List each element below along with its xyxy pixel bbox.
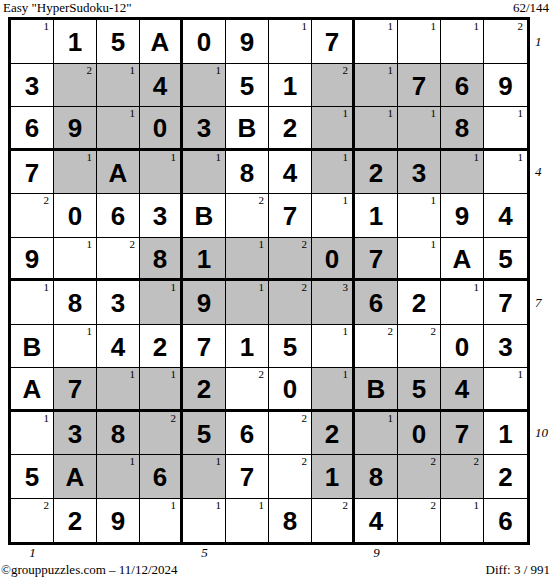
- cell-r3c3[interactable]: 1: [97, 107, 140, 151]
- cell-r5c3[interactable]: 6: [97, 194, 140, 238]
- pencil-mark: 1: [87, 326, 93, 337]
- pencil-mark: 1: [431, 108, 437, 119]
- pencil-mark: 1: [216, 152, 222, 163]
- cell-value: 2: [412, 290, 426, 316]
- cell-value: 4: [498, 203, 512, 229]
- cell-value: 6: [111, 203, 125, 229]
- cell-r9c10[interactable]: 5: [398, 368, 441, 412]
- cell-value: B: [195, 203, 214, 229]
- cell-r10c12[interactable]: 1: [484, 412, 527, 456]
- pencil-mark: 2: [302, 282, 308, 293]
- cell-r9c6[interactable]: 2: [226, 368, 269, 412]
- cell-value: 3: [25, 73, 39, 99]
- cell-r7c5[interactable]: 9: [183, 281, 226, 325]
- cell-r1c11[interactable]: 1: [441, 20, 484, 64]
- cell-r1c3[interactable]: 5: [97, 20, 140, 64]
- cell-value: 6: [369, 290, 383, 316]
- cell-r6c4[interactable]: 8: [140, 238, 183, 282]
- cell-r9c12[interactable]: 1: [484, 368, 527, 412]
- pencil-mark: 1: [171, 500, 177, 511]
- cell-r11c9[interactable]: 8: [355, 455, 398, 499]
- pencil-mark: 1: [388, 21, 394, 32]
- cell-r10c2[interactable]: 3: [54, 412, 97, 456]
- cell-r5c10[interactable]: 1: [398, 194, 441, 238]
- pencil-mark: 2: [44, 500, 50, 511]
- cell-value: 1: [283, 73, 297, 99]
- pencil-mark: 1: [130, 369, 136, 380]
- cell-r8c4[interactable]: 2: [140, 325, 183, 369]
- cell-r11c4[interactable]: 6: [140, 455, 183, 499]
- cell-r4c11[interactable]: 1: [441, 151, 484, 195]
- pencil-mark: 1: [474, 500, 480, 511]
- col-label-1: 1: [11, 546, 54, 560]
- pencil-mark: 1: [474, 21, 480, 32]
- cell-value: 3: [153, 203, 167, 229]
- cell-r9c4[interactable]: 1: [140, 368, 183, 412]
- cell-r5c1[interactable]: 2: [11, 194, 54, 238]
- cell-r1c5[interactable]: 0: [183, 20, 226, 64]
- cell-r3c7[interactable]: 2: [269, 107, 312, 151]
- cell-value: 9: [68, 115, 82, 141]
- cell-value: 1: [240, 334, 254, 360]
- cell-r10c11[interactable]: 7: [441, 412, 484, 456]
- cell-value: A: [23, 376, 42, 402]
- cell-r3c1[interactable]: 6: [11, 107, 54, 151]
- cell-r9c11[interactable]: 4: [441, 368, 484, 412]
- pencil-mark: 1: [216, 456, 222, 467]
- cell-value: 9: [498, 73, 512, 99]
- pencil-mark: 1: [518, 369, 524, 380]
- sudoku-board: 115A0917111232141512176969103B21118171A1…: [8, 17, 530, 545]
- cell-r6c9[interactable]: 7: [355, 238, 398, 282]
- cell-r10c1[interactable]: 1: [11, 412, 54, 456]
- cell-value: 8: [68, 290, 82, 316]
- cell-value: 1: [369, 203, 383, 229]
- cell-r1c7[interactable]: 1: [269, 20, 312, 64]
- pencil-mark: 1: [44, 282, 50, 293]
- cell-r7c4[interactable]: 1: [140, 281, 183, 325]
- cell-value: 4: [369, 508, 383, 534]
- cell-r11c10[interactable]: 2: [398, 455, 441, 499]
- hypersudoku-page: { "game": "hypersudoku-12", "position": …: [0, 0, 552, 578]
- cell-r6c3[interactable]: 2: [97, 238, 140, 282]
- cell-value: 5: [240, 73, 254, 99]
- cell-value: 7: [283, 203, 297, 229]
- cell-value: 0: [325, 246, 339, 272]
- cell-value: 9: [240, 29, 254, 55]
- cell-r10c10[interactable]: 0: [398, 412, 441, 456]
- footer: ©grouppuzzles.com – 11/12/2024 Diff: 3 /…: [1, 562, 550, 577]
- row-label-1: 1: [535, 20, 552, 64]
- col-label-9: 9: [355, 546, 398, 560]
- pencil-mark: 2: [130, 239, 136, 250]
- cell-value: 7: [68, 376, 82, 402]
- cell-r1c12[interactable]: 2: [484, 20, 527, 64]
- cell-r7c9[interactable]: 6: [355, 281, 398, 325]
- cell-r10c5[interactable]: 5: [183, 412, 226, 456]
- pencil-mark: 1: [171, 152, 177, 163]
- cell-r6c8[interactable]: 0: [312, 238, 355, 282]
- pencil-mark: 2: [302, 456, 308, 467]
- cell-value: 0: [412, 421, 426, 447]
- pencil-mark: 2: [87, 65, 93, 76]
- cell-r2c2[interactable]: 2: [54, 64, 97, 108]
- cell-r6c12[interactable]: 5: [484, 238, 527, 282]
- cell-value: 9: [197, 290, 211, 316]
- cell-r5c4[interactable]: 3: [140, 194, 183, 238]
- cell-value: 2: [369, 160, 383, 186]
- pencil-mark: 1: [302, 21, 308, 32]
- pencil-mark: 2: [343, 500, 349, 511]
- cell-value: 4: [111, 334, 125, 360]
- cell-value: 5: [283, 334, 297, 360]
- cell-r9c5[interactable]: 2: [183, 368, 226, 412]
- pencil-mark: 1: [343, 369, 349, 380]
- row-label-4: 4: [535, 151, 552, 195]
- cell-r4c9[interactable]: 2: [355, 151, 398, 195]
- cell-r4c5[interactable]: 1: [183, 151, 226, 195]
- cell-r3c12[interactable]: 1: [484, 107, 527, 151]
- cell-r2c11[interactable]: 6: [441, 64, 484, 108]
- cell-r1c8[interactable]: 7: [312, 20, 355, 64]
- cell-value: 5: [498, 246, 512, 272]
- cell-value: 8: [111, 421, 125, 447]
- cell-value: 7: [325, 29, 339, 55]
- pencil-mark: 1: [431, 239, 437, 250]
- cell-value: 3: [498, 334, 512, 360]
- pencil-mark: 1: [87, 152, 93, 163]
- pencil-mark: 1: [171, 282, 177, 293]
- cell-r5c7[interactable]: 7: [269, 194, 312, 238]
- cell-r3c5[interactable]: 3: [183, 107, 226, 151]
- pencil-mark: 1: [518, 108, 524, 119]
- cell-r11c2[interactable]: A: [54, 455, 97, 499]
- cell-r3c6[interactable]: B: [226, 107, 269, 151]
- pencil-mark: 2: [431, 500, 437, 511]
- cell-r4c3[interactable]: A: [97, 151, 140, 195]
- pencil-mark: 1: [343, 326, 349, 337]
- pencil-mark: 1: [474, 282, 480, 293]
- cell-value: B: [367, 376, 386, 402]
- cell-r5c11[interactable]: 9: [441, 194, 484, 238]
- pencil-mark: 2: [259, 369, 265, 380]
- cell-r7c6[interactable]: 1: [226, 281, 269, 325]
- cell-r11c8[interactable]: 1: [312, 455, 355, 499]
- cell-r3c9[interactable]: 1: [355, 107, 398, 151]
- cell-r6c11[interactable]: A: [441, 238, 484, 282]
- cell-r10c4[interactable]: 2: [140, 412, 183, 456]
- cell-value: 6: [455, 73, 469, 99]
- cell-r5c2[interactable]: 0: [54, 194, 97, 238]
- cell-r8c3[interactable]: 4: [97, 325, 140, 369]
- pencil-mark: 1: [431, 21, 437, 32]
- cell-value: B: [23, 334, 42, 360]
- cell-value: 8: [240, 160, 254, 186]
- cell-value: A: [66, 464, 85, 490]
- cell-value: 7: [498, 290, 512, 316]
- pencil-mark: 2: [302, 413, 308, 424]
- cell-r9c1[interactable]: A: [11, 368, 54, 412]
- cell-value: 4: [455, 376, 469, 402]
- cell-r3c8[interactable]: 1: [312, 107, 355, 151]
- cell-value: 6: [240, 421, 254, 447]
- cell-r3c11[interactable]: 8: [441, 107, 484, 151]
- cell-value: 1: [498, 421, 512, 447]
- cell-value: 5: [25, 464, 39, 490]
- cell-value: 3: [111, 290, 125, 316]
- cell-value: 0: [68, 203, 82, 229]
- cell-r12c11[interactable]: 1: [441, 499, 484, 543]
- col-label-5: 5: [183, 546, 226, 560]
- cell-r5c12[interactable]: 4: [484, 194, 527, 238]
- cell-r12c5[interactable]: 1: [183, 499, 226, 543]
- cell-r2c1[interactable]: 3: [11, 64, 54, 108]
- pencil-mark: 1: [388, 65, 394, 76]
- pencil-mark: 2: [44, 195, 50, 206]
- cell-r12c3[interactable]: 9: [97, 499, 140, 543]
- cell-value: 5: [111, 29, 125, 55]
- cell-r2c4[interactable]: 4: [140, 64, 183, 108]
- cell-r8c10[interactable]: 2: [398, 325, 441, 369]
- cell-r4c2[interactable]: 1: [54, 151, 97, 195]
- cell-value: 7: [412, 73, 426, 99]
- cell-value: 8: [153, 246, 167, 272]
- cell-r2c7[interactable]: 1: [269, 64, 312, 108]
- cell-r2c6[interactable]: 5: [226, 64, 269, 108]
- cell-r7c7[interactable]: 2: [269, 281, 312, 325]
- pencil-mark: 2: [518, 21, 524, 32]
- cell-r7c3[interactable]: 3: [97, 281, 140, 325]
- cell-value: A: [151, 29, 170, 55]
- header: Easy "HyperSudoku-12" 62/144: [3, 0, 549, 16]
- pencil-mark: 1: [130, 456, 136, 467]
- cell-value: 8: [369, 464, 383, 490]
- cell-r11c1[interactable]: 5: [11, 455, 54, 499]
- cell-value: 0: [283, 376, 297, 402]
- cell-value: 2: [283, 115, 297, 141]
- cell-value: 3: [412, 160, 426, 186]
- pencil-mark: 1: [259, 500, 265, 511]
- cell-r8c11[interactable]: 0: [441, 325, 484, 369]
- pencil-mark: 1: [259, 239, 265, 250]
- cell-r1c4[interactable]: A: [140, 20, 183, 64]
- cell-r6c7[interactable]: 2: [269, 238, 312, 282]
- cell-r12c12[interactable]: 6: [484, 499, 527, 543]
- cell-r6c5[interactable]: 1: [183, 238, 226, 282]
- cell-r1c10[interactable]: 1: [398, 20, 441, 64]
- cell-value: 3: [68, 421, 82, 447]
- cell-value: 8: [455, 115, 469, 141]
- cell-value: 2: [153, 334, 167, 360]
- cell-r9c2[interactable]: 7: [54, 368, 97, 412]
- cell-r3c10[interactable]: 1: [398, 107, 441, 151]
- pencil-mark: 2: [431, 326, 437, 337]
- pencil-mark: 1: [216, 500, 222, 511]
- cell-value: 7: [240, 464, 254, 490]
- cell-r8c7[interactable]: 5: [269, 325, 312, 369]
- pencil-mark: 1: [343, 195, 349, 206]
- cell-r6c6[interactable]: 1: [226, 238, 269, 282]
- cell-value: 5: [412, 376, 426, 402]
- pencil-mark: 2: [259, 195, 265, 206]
- cell-r5c6[interactable]: 2: [226, 194, 269, 238]
- cell-r1c2[interactable]: 1: [54, 20, 97, 64]
- cell-r4c1[interactable]: 7: [11, 151, 54, 195]
- cell-r1c1[interactable]: 1: [11, 20, 54, 64]
- cell-value: 9: [25, 246, 39, 272]
- cell-value: 7: [455, 421, 469, 447]
- cell-r10c9[interactable]: 1: [355, 412, 398, 456]
- cell-r10c8[interactable]: 2: [312, 412, 355, 456]
- pencil-mark: 1: [44, 413, 50, 424]
- pencil-mark: 2: [431, 456, 437, 467]
- puzzle-counter: 62/144: [513, 0, 549, 16]
- cell-value: A: [109, 160, 128, 186]
- cell-r7c10[interactable]: 2: [398, 281, 441, 325]
- cell-r6c1[interactable]: 9: [11, 238, 54, 282]
- pencil-mark: 1: [343, 108, 349, 119]
- cell-r12c10[interactable]: 2: [398, 499, 441, 543]
- cell-value: A: [453, 246, 472, 272]
- cell-value: 7: [197, 334, 211, 360]
- cell-r8c1[interactable]: B: [11, 325, 54, 369]
- cell-r11c3[interactable]: 1: [97, 455, 140, 499]
- pencil-mark: 2: [474, 456, 480, 467]
- cell-r12c2[interactable]: 2: [54, 499, 97, 543]
- cell-value: 1: [68, 29, 82, 55]
- cell-r7c11[interactable]: 1: [441, 281, 484, 325]
- cell-r4c4[interactable]: 1: [140, 151, 183, 195]
- cell-value: 2: [325, 421, 339, 447]
- pencil-mark: 2: [171, 413, 177, 424]
- cell-r4c12[interactable]: 1: [484, 151, 527, 195]
- pencil-mark: 1: [44, 21, 50, 32]
- cell-r8c6[interactable]: 1: [226, 325, 269, 369]
- row-label-7: 7: [535, 281, 552, 325]
- cell-value: 2: [68, 508, 82, 534]
- cell-value: 5: [197, 421, 211, 447]
- cell-value: 9: [455, 203, 469, 229]
- cell-r12c1[interactable]: 2: [11, 499, 54, 543]
- cell-value: 0: [455, 334, 469, 360]
- pencil-mark: 1: [431, 195, 437, 206]
- cell-r11c11[interactable]: 2: [441, 455, 484, 499]
- pencil-mark: 1: [130, 65, 136, 76]
- pencil-mark: 1: [343, 152, 349, 163]
- cell-r3c4[interactable]: 0: [140, 107, 183, 151]
- cell-value: 9: [111, 508, 125, 534]
- cell-value: 0: [197, 29, 211, 55]
- cell-r12c8[interactable]: 2: [312, 499, 355, 543]
- cell-r9c9[interactable]: B: [355, 368, 398, 412]
- cell-value: 0: [153, 115, 167, 141]
- cell-r8c12[interactable]: 3: [484, 325, 527, 369]
- cell-r7c1[interactable]: 1: [11, 281, 54, 325]
- cell-r2c5[interactable]: 1: [183, 64, 226, 108]
- cell-r12c9[interactable]: 4: [355, 499, 398, 543]
- cell-value: 7: [25, 160, 39, 186]
- cell-r6c10[interactable]: 1: [398, 238, 441, 282]
- cell-r7c8[interactable]: 3: [312, 281, 355, 325]
- cell-value: 7: [369, 246, 383, 272]
- cell-value: 2: [197, 376, 211, 402]
- cell-r10c7[interactable]: 2: [269, 412, 312, 456]
- cell-r6c2[interactable]: 1: [54, 238, 97, 282]
- row-label-10: 10: [535, 412, 552, 456]
- difficulty-text: Diff: 3 / 991: [486, 562, 550, 577]
- pencil-mark: 1: [388, 108, 394, 119]
- cell-value: 4: [283, 160, 297, 186]
- cell-r10c6[interactable]: 6: [226, 412, 269, 456]
- cell-r7c12[interactable]: 7: [484, 281, 527, 325]
- cell-r2c12[interactable]: 9: [484, 64, 527, 108]
- cell-r5c5[interactable]: B: [183, 194, 226, 238]
- cell-r7c2[interactable]: 8: [54, 281, 97, 325]
- cell-r11c7[interactable]: 2: [269, 455, 312, 499]
- cell-value: B: [238, 115, 257, 141]
- cell-r12c7[interactable]: 8: [269, 499, 312, 543]
- cell-r2c3[interactable]: 1: [97, 64, 140, 108]
- cell-r2c10[interactable]: 7: [398, 64, 441, 108]
- puzzle-title: Easy "HyperSudoku-12": [3, 0, 132, 16]
- cell-r5c8[interactable]: 1: [312, 194, 355, 238]
- cell-r10c3[interactable]: 8: [97, 412, 140, 456]
- cell-r1c6[interactable]: 9: [226, 20, 269, 64]
- pencil-mark: 2: [302, 239, 308, 250]
- cell-r4c6[interactable]: 8: [226, 151, 269, 195]
- cell-r3c2[interactable]: 9: [54, 107, 97, 151]
- cell-value: 6: [25, 115, 39, 141]
- cell-r9c8[interactable]: 1: [312, 368, 355, 412]
- pencil-mark: 2: [388, 326, 394, 337]
- cell-value: 6: [498, 508, 512, 534]
- cell-r8c9[interactable]: 2: [355, 325, 398, 369]
- cell-value: 3: [197, 115, 211, 141]
- pencil-mark: 3: [343, 282, 349, 293]
- cell-r5c9[interactable]: 1: [355, 194, 398, 238]
- cell-r4c10[interactable]: 3: [398, 151, 441, 195]
- cell-value: 6: [153, 464, 167, 490]
- cell-r11c5[interactable]: 1: [183, 455, 226, 499]
- pencil-mark: 1: [388, 413, 394, 424]
- cell-r4c8[interactable]: 1: [312, 151, 355, 195]
- pencil-mark: 1: [474, 152, 480, 163]
- pencil-mark: 1: [259, 282, 265, 293]
- cell-r4c7[interactable]: 4: [269, 151, 312, 195]
- pencil-mark: 1: [130, 108, 136, 119]
- cell-r8c8[interactable]: 1: [312, 325, 355, 369]
- cell-r11c12[interactable]: 2: [484, 455, 527, 499]
- cell-r2c8[interactable]: 2: [312, 64, 355, 108]
- cell-value: 1: [325, 464, 339, 490]
- cell-r9c3[interactable]: 1: [97, 368, 140, 412]
- cell-value: 2: [498, 464, 512, 490]
- cell-r12c6[interactable]: 1: [226, 499, 269, 543]
- cell-r9c7[interactable]: 0: [269, 368, 312, 412]
- cell-value: 4: [153, 73, 167, 99]
- cell-r8c5[interactable]: 7: [183, 325, 226, 369]
- cell-r1c9[interactable]: 1: [355, 20, 398, 64]
- copyright-text: ©grouppuzzles.com – 11/12/2024: [1, 562, 178, 577]
- pencil-mark: 1: [87, 239, 93, 250]
- cell-r2c9[interactable]: 1: [355, 64, 398, 108]
- pencil-mark: 1: [518, 152, 524, 163]
- cell-r11c6[interactable]: 7: [226, 455, 269, 499]
- cell-value: 1: [197, 246, 211, 272]
- cell-r8c2[interactable]: 1: [54, 325, 97, 369]
- pencil-mark: 2: [343, 65, 349, 76]
- cell-r12c4[interactable]: 1: [140, 499, 183, 543]
